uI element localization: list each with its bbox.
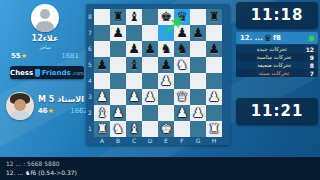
piece-white-pawn[interactable]: ♟ [158, 73, 174, 89]
square-f6[interactable]: ♞ [174, 41, 190, 57]
file-label-e: E [158, 137, 174, 145]
player-card-black: علاء12 ساحر 55★ 1681 [6, 4, 84, 60]
square-f4[interactable] [174, 73, 190, 89]
star-count-black: 55★ [11, 52, 27, 60]
square-f5[interactable]: ♞ [174, 57, 190, 73]
square-d1[interactable] [142, 121, 158, 137]
piece-white-pawn[interactable]: ♟ [110, 105, 126, 121]
square-b1[interactable]: ♞ [110, 121, 126, 137]
avatar-face [14, 99, 26, 111]
square-d5[interactable] [142, 57, 158, 73]
app-root: علاء12 ساحر 55★ 1681 Chess Friends .com … [0, 0, 320, 180]
black-queen-icon: ♛ [264, 33, 272, 43]
rank-label-2: 2 [86, 105, 94, 121]
piece-black-knight[interactable]: ♞ [158, 41, 174, 57]
square-b7[interactable]: ♟ [110, 25, 126, 41]
square-g8[interactable] [190, 9, 206, 25]
logo-text-friends: Friends [42, 69, 71, 77]
green-dot-icon [309, 36, 314, 41]
player-name-white: الاستاذ 5 M [38, 95, 88, 104]
analysis-stat-row-0: تحركات جيدة12 [236, 45, 318, 53]
square-h4[interactable] [206, 73, 222, 89]
game-side-panel: 11:18 12. ... ♛ f8 تحركات جيدة12تحركات م… [236, 2, 318, 125]
piece-black-bishop[interactable]: ♝ [126, 9, 142, 25]
piece-black-knight[interactable]: ♞ [174, 41, 190, 57]
square-a7[interactable] [94, 25, 110, 41]
square-b4[interactable] [110, 73, 126, 89]
rank-label-3: 3 [86, 89, 94, 105]
square-a6[interactable] [94, 41, 110, 57]
piece-black-pawn[interactable]: ♟ [110, 25, 126, 41]
rating-black: 1681 [61, 52, 79, 60]
player-subtitle-black: ساحر [6, 44, 84, 50]
square-h3[interactable]: ♟ [206, 89, 222, 105]
square-e8[interactable]: ♚ [158, 9, 174, 25]
rank-label-6: 6 [86, 41, 94, 57]
square-a8[interactable] [94, 9, 110, 25]
analysis-stat-row-1: تحركات مناسبة9 [236, 53, 318, 61]
square-a4[interactable] [94, 73, 110, 89]
rank-label-7: 7 [86, 25, 94, 41]
piece-black-pawn[interactable]: ♟ [174, 25, 190, 41]
engine-analysis-bar: 12 ... : 5668 5880 12. ... ♞f6 (0.54->0.… [0, 157, 320, 180]
engine-line-1: 12 ... : 5668 5880 [6, 159, 314, 168]
stat-value: 8 [310, 62, 314, 69]
piece-black-rook[interactable]: ♜ [206, 9, 222, 25]
piece-black-pawn[interactable]: ♟ [94, 57, 110, 73]
piece-black-pawn[interactable]: ♟ [206, 41, 222, 57]
square-d2[interactable] [142, 105, 158, 121]
piece-white-pawn[interactable]: ♟ [142, 89, 158, 105]
square-f3[interactable]: ♛ [174, 89, 190, 105]
engine-line-2: 12. ... ♞f6 (0.54->0.37) [6, 168, 314, 177]
square-g1[interactable] [190, 121, 206, 137]
file-label-b: B [110, 137, 126, 145]
file-label-a: A [94, 137, 110, 145]
rank-label-8: 8 [86, 9, 94, 25]
square-e1[interactable]: ♚ [158, 121, 174, 137]
avatar-photo[interactable] [6, 92, 34, 120]
star-icon: ★ [21, 52, 27, 60]
file-label-c: C [126, 137, 142, 145]
square-c3[interactable]: ♟ [126, 89, 142, 105]
square-c1[interactable]: ♝ [126, 121, 142, 137]
square-e3[interactable] [158, 89, 174, 105]
piece-white-pawn[interactable]: ♟ [126, 89, 142, 105]
square-g7[interactable]: ♟ [190, 25, 206, 41]
avatar-silhouette-icon [40, 9, 50, 19]
piece-black-pawn[interactable]: ♟ [158, 57, 174, 73]
piece-black-pawn[interactable]: ♟ [126, 41, 142, 57]
piece-white-bishop[interactable]: ♝ [94, 105, 110, 121]
square-g2[interactable]: ♟ [190, 105, 206, 121]
square-g6[interactable] [190, 41, 206, 57]
player-card-white: الاستاذ 5 M 46★ 1662 [6, 92, 88, 120]
square-c5[interactable]: ♝ [126, 57, 142, 73]
square-h2[interactable] [206, 105, 222, 121]
square-a2[interactable]: ♝ [94, 105, 110, 121]
clock-white: 11:21 [236, 98, 318, 125]
file-label-g: G [190, 137, 206, 145]
square-e2[interactable] [158, 105, 174, 121]
file-labels: ABCDEFGH [94, 137, 222, 145]
square-h5[interactable] [206, 57, 222, 73]
analysis-stat-row-2: تحركات ضعيفة8 [236, 61, 318, 69]
square-d4[interactable] [142, 73, 158, 89]
square-g5[interactable] [190, 57, 206, 73]
square-c6[interactable]: ♟ [126, 41, 142, 57]
square-d6[interactable]: ♟ [142, 41, 158, 57]
square-f7[interactable]: ♟ [174, 25, 190, 41]
square-e5[interactable]: ♟ [158, 57, 174, 73]
file-label-f: F [174, 137, 190, 145]
rank-label-4: 4 [86, 73, 94, 89]
piece-white-rook[interactable]: ♜ [206, 121, 222, 137]
piece-white-king[interactable]: ♚ [158, 121, 174, 137]
square-h8[interactable]: ♜ [206, 9, 222, 25]
square-d3[interactable]: ♟ [142, 89, 158, 105]
square-h6[interactable]: ♟ [206, 41, 222, 57]
square-c4[interactable] [126, 73, 142, 89]
square-d8[interactable] [142, 9, 158, 25]
piece-black-bishop[interactable]: ♝ [126, 57, 142, 73]
piece-white-knight[interactable]: ♞ [174, 57, 190, 73]
stat-label: تحركات جيدة [240, 46, 304, 52]
square-b8[interactable]: ♜ [110, 9, 126, 25]
square-b6[interactable] [110, 41, 126, 57]
square-f1[interactable] [174, 121, 190, 137]
piece-white-pawn[interactable]: ♟ [190, 105, 206, 121]
stat-value: 7 [310, 70, 314, 77]
square-f8[interactable]: ♛ [174, 9, 190, 25]
stat-label: تحركات سيئة [240, 70, 308, 76]
avatar-silhouette-icon [36, 21, 54, 32]
chessfriends-logo[interactable]: Chess Friends .com [10, 66, 84, 79]
rank-label-1: 1 [86, 121, 94, 137]
shield-icon [35, 69, 39, 77]
move-number: 12. ... [240, 34, 263, 42]
star-icon: ★ [48, 107, 54, 115]
piece-white-pawn[interactable]: ♟ [174, 105, 190, 121]
square-d7[interactable] [142, 25, 158, 41]
square-e4[interactable]: ♟ [158, 73, 174, 89]
square-e7[interactable] [158, 25, 174, 41]
square-c8[interactable]: ♝ [126, 9, 142, 25]
square-a1[interactable]: ♜ [94, 121, 110, 137]
square-a5[interactable]: ♟ [94, 57, 110, 73]
square-b5[interactable] [110, 57, 126, 73]
logo-text-chess: Chess [10, 69, 33, 77]
piece-black-pawn[interactable]: ♟ [142, 41, 158, 57]
square-h7[interactable] [206, 25, 222, 41]
square-g4[interactable] [190, 73, 206, 89]
stat-label: تحركات ضعيفة [240, 62, 308, 68]
move-quality-stats: تحركات جيدة12تحركات مناسبة9تحركات ضعيفة8… [236, 45, 318, 77]
piece-white-knight[interactable]: ♞ [110, 121, 126, 137]
piece-black-king[interactable]: ♚ [158, 9, 174, 25]
star-count-white: 46★ [38, 107, 54, 115]
rank-label-5: 5 [86, 57, 94, 73]
current-move-row[interactable]: 12. ... ♛ f8 [236, 32, 318, 44]
avatar[interactable] [31, 4, 59, 32]
stat-value: 9 [310, 54, 314, 61]
square-a3[interactable]: ♟ [94, 89, 110, 105]
piece-black-queen[interactable]: ♛ [174, 9, 190, 25]
analysis-stat-row-3: تحركات سيئة7 [236, 69, 318, 77]
piece-white-queen[interactable]: ♛ [174, 89, 190, 105]
piece-white-pawn[interactable]: ♟ [206, 89, 222, 105]
square-e6[interactable]: ♞ [158, 41, 174, 57]
file-label-d: D [142, 137, 158, 145]
piece-white-pawn[interactable]: ♟ [94, 89, 110, 105]
move-square: f8 [273, 34, 281, 42]
piece-white-bishop[interactable]: ♝ [126, 121, 142, 137]
clock-black: 11:18 [236, 2, 318, 29]
rank-labels: 87654321 [86, 9, 94, 137]
square-f2[interactable]: ♟ [174, 105, 190, 121]
board-grid: ♜♝♚♛♜♟♟♟♟♟♞♞♟♟♝♟♞♟♟♟♟♛♟♝♟♟♟♜♞♝♚♜ [94, 9, 222, 137]
square-c7[interactable] [126, 25, 142, 41]
piece-black-pawn[interactable]: ♟ [190, 25, 206, 41]
square-b2[interactable]: ♟ [110, 105, 126, 121]
piece-white-rook[interactable]: ♜ [94, 121, 110, 137]
avatar-shirt [10, 111, 30, 120]
player-name-black: علاء12 [6, 34, 84, 43]
stat-label: تحركات مناسبة [240, 54, 308, 60]
square-g3[interactable] [190, 89, 206, 105]
stat-value: 12 [306, 46, 314, 53]
square-b3[interactable] [110, 89, 126, 105]
square-c2[interactable] [126, 105, 142, 121]
square-h1[interactable]: ♜ [206, 121, 222, 137]
file-label-h: H [206, 137, 222, 145]
logo-text-com: .com [72, 70, 84, 76]
chess-board: 87654321 ♜♝♚♛♜♟♟♟♟♟♞♞♟♟♝♟♞♟♟♟♟♛♟♝♟♟♟♜♞♝♚… [86, 4, 230, 145]
piece-black-rook[interactable]: ♜ [110, 9, 126, 25]
